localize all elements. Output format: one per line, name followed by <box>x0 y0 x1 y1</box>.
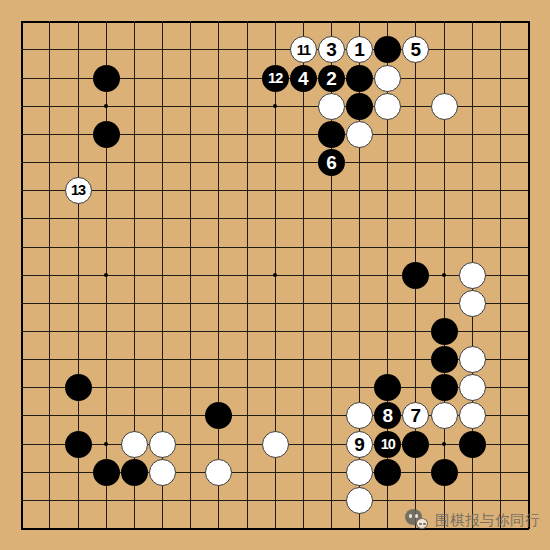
stone-black <box>318 121 345 148</box>
wechat-bubble-eye <box>419 523 422 526</box>
stone-black <box>431 318 458 345</box>
stone-white <box>318 93 345 120</box>
grid-line-horizontal <box>21 303 530 304</box>
stone-white <box>459 374 486 401</box>
move-8-stone-black: 8 <box>374 402 401 429</box>
move-number-label: 6 <box>326 153 337 172</box>
stone-white <box>121 431 148 458</box>
stone-black <box>374 374 401 401</box>
stone-black <box>431 346 458 373</box>
stone-white <box>149 431 176 458</box>
move-number-label: 12 <box>268 70 282 85</box>
stone-white <box>149 459 176 486</box>
move-number-label: 8 <box>382 406 393 425</box>
move-number-label: 10 <box>381 436 395 451</box>
move-number-label: 5 <box>411 40 422 59</box>
go-diagram: 11315124261387910 围棋报与你同行 <box>0 0 550 550</box>
move-number-label: 11 <box>297 42 310 57</box>
wechat-bubble-eye <box>409 514 413 518</box>
stone-black <box>431 374 458 401</box>
watermark-text: 围棋报与你同行 <box>435 511 540 530</box>
move-9-stone-white: 9 <box>346 431 373 458</box>
move-13-stone-white: 13 <box>65 177 92 204</box>
stone-white <box>459 290 486 317</box>
move-6-stone-black: 6 <box>318 149 345 176</box>
move-1-stone-white: 1 <box>346 36 373 63</box>
move-number-label: 1 <box>354 40 365 59</box>
stone-black <box>402 431 429 458</box>
stone-white <box>346 459 373 486</box>
stone-white <box>262 431 289 458</box>
stone-black <box>346 93 373 120</box>
grid-line-vertical <box>528 21 530 530</box>
star-point <box>104 442 108 446</box>
stone-white <box>431 93 458 120</box>
stone-white <box>431 402 458 429</box>
move-number-label: 13 <box>71 183 85 198</box>
stone-white <box>346 487 373 514</box>
stone-white <box>346 402 373 429</box>
stone-white <box>205 459 232 486</box>
stone-black <box>93 459 120 486</box>
stone-white <box>459 402 486 429</box>
move-number-label: 3 <box>326 40 337 59</box>
stone-black <box>346 65 373 92</box>
move-5-stone-white: 5 <box>402 36 429 63</box>
stone-black <box>205 402 232 429</box>
wechat-bubble-small <box>416 518 428 529</box>
stone-black <box>65 431 92 458</box>
star-point <box>104 104 108 108</box>
star-point <box>442 273 446 277</box>
stone-black <box>402 262 429 289</box>
star-point <box>104 273 108 277</box>
stone-black <box>93 65 120 92</box>
stone-white <box>346 121 373 148</box>
wechat-bubble-eye <box>423 523 426 526</box>
stone-white <box>374 93 401 120</box>
stone-black <box>431 459 458 486</box>
wechat-bubble-eye <box>415 514 419 518</box>
stone-black <box>121 459 148 486</box>
wechat-icon <box>399 505 433 535</box>
go-board: 11315124261387910 <box>0 0 550 550</box>
move-10-stone-black: 10 <box>374 431 401 458</box>
stone-white <box>459 346 486 373</box>
move-number-label: 7 <box>411 406 422 425</box>
stone-black <box>65 374 92 401</box>
stone-black <box>374 459 401 486</box>
star-point <box>273 273 277 277</box>
move-number-label: 2 <box>326 68 337 87</box>
grid-line-vertical <box>500 21 501 530</box>
move-7-stone-white: 7 <box>402 402 429 429</box>
move-12-stone-black: 12 <box>262 65 289 92</box>
move-3-stone-white: 3 <box>318 36 345 63</box>
star-point <box>442 442 446 446</box>
star-point <box>273 104 277 108</box>
stone-white <box>374 65 401 92</box>
stone-black <box>93 121 120 148</box>
move-number-label: 9 <box>354 434 365 453</box>
watermark: 围棋报与你同行 <box>399 505 540 535</box>
move-2-stone-black: 2 <box>318 65 345 92</box>
move-4-stone-black: 4 <box>290 65 317 92</box>
move-11-stone-white: 11 <box>290 36 317 63</box>
move-number-label: 4 <box>298 68 309 87</box>
stone-black <box>459 431 486 458</box>
grid-line-horizontal <box>21 500 530 501</box>
grid-line-vertical <box>303 21 304 530</box>
stone-black <box>374 36 401 63</box>
stone-white <box>459 262 486 289</box>
